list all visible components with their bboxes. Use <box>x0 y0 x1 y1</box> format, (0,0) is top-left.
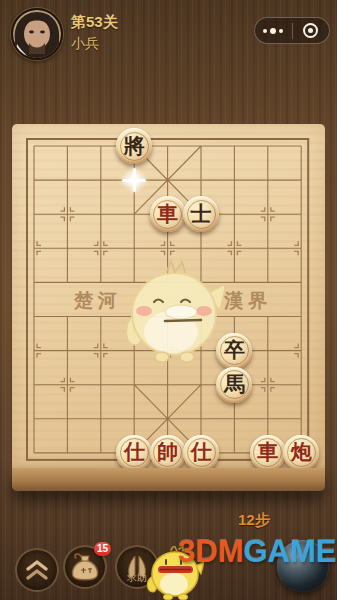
piece-red-advisor[interactable]: 仕 <box>183 435 219 471</box>
player-avatar[interactable] <box>11 8 63 60</box>
piece-glyph: 仕 <box>124 442 145 463</box>
target-icon <box>303 23 318 38</box>
step-counter: 12步 <box>238 511 270 530</box>
bottom-toolbar: 15 求助 12步 3DMGAME <box>0 520 337 600</box>
double-chevron-up-icon <box>24 559 50 581</box>
level-title: 第53关 <box>71 13 118 32</box>
piece-glyph: 車 <box>257 442 278 463</box>
piece-glyph: 仕 <box>191 442 212 463</box>
more-button[interactable] <box>255 18 292 43</box>
watermark-3dm: 3DM <box>178 534 243 569</box>
piece-glyph: 炮 <box>291 442 312 463</box>
piece-glyph: 車 <box>157 204 178 225</box>
river-label-left: 楚河 <box>74 288 122 314</box>
close-minimize-button[interactable] <box>293 18 330 43</box>
money-bag-icon <box>70 552 100 582</box>
watermark-game: GAME <box>243 534 336 569</box>
chick-mascot-board <box>124 258 224 366</box>
piece-glyph: 士 <box>191 204 212 225</box>
piece-glyph: 卒 <box>224 340 245 361</box>
more-dots-icon <box>263 28 283 34</box>
river-label-right: 漢界 <box>224 288 272 314</box>
avatar-portrait <box>13 10 61 58</box>
piece-black-advisor[interactable]: 士 <box>183 196 219 232</box>
miniprogram-capsule <box>254 17 330 44</box>
rank-subtitle: 小兵 <box>71 35 99 53</box>
piece-red-chariot[interactable]: 車 <box>250 435 286 471</box>
top-bar: 第53关 小兵 <box>0 0 337 62</box>
piece-red-chariot[interactable]: 車 <box>150 196 186 232</box>
piece-black-soldier[interactable]: 卒 <box>216 333 252 369</box>
piece-glyph: 帥 <box>157 442 178 463</box>
site-watermark: 3DMGAME <box>178 536 336 567</box>
piece-black-horse[interactable]: 馬 <box>216 367 252 403</box>
piece-red-advisor[interactable]: 仕 <box>116 435 152 471</box>
hint-bag-button[interactable]: 15 <box>63 545 107 589</box>
expand-menu-button[interactable] <box>15 548 59 592</box>
board-wood-edge <box>12 468 325 491</box>
piece-red-cannon[interactable]: 炮 <box>283 435 319 471</box>
piece-glyph: 將 <box>124 136 145 157</box>
hint-count-badge: 15 <box>94 542 111 556</box>
xiangqi-board[interactable]: 楚河 漢界 將車士卒馬仕帥仕車炮 <box>12 124 325 468</box>
piece-red-general[interactable]: 帥 <box>150 435 186 471</box>
piece-black-general[interactable]: 將 <box>116 128 152 164</box>
move-sparkle-effect <box>121 167 147 193</box>
app-screen: 第53关 小兵 楚河 漢界 <box>0 0 337 600</box>
piece-glyph: 馬 <box>224 374 245 395</box>
